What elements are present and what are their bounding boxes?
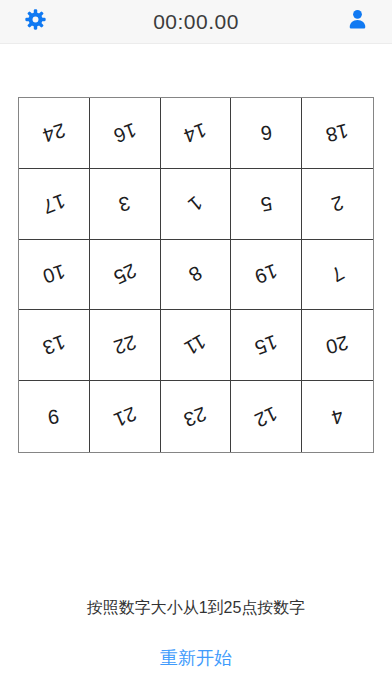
settings-button[interactable] (22, 9, 48, 35)
grid-cell[interactable]: 5 (231, 169, 302, 240)
grid-cell[interactable]: 8 (161, 240, 232, 311)
cell-number: 1 (185, 192, 206, 214)
grid-cell[interactable]: 10 (19, 240, 90, 311)
restart-button[interactable]: 重新开始 (154, 645, 238, 671)
grid-cell[interactable]: 12 (231, 381, 302, 452)
person-icon (346, 8, 369, 35)
grid-cell[interactable]: 7 (302, 240, 373, 311)
cell-number: 6 (259, 122, 273, 143)
cell-number: 16 (111, 120, 139, 146)
cell-number: 15 (252, 332, 280, 358)
grid-cell[interactable]: 24 (19, 98, 90, 169)
cell-number: 13 (40, 332, 68, 358)
grid-cell[interactable]: 21 (90, 381, 161, 452)
cell-number: 18 (324, 120, 350, 145)
grid-cell[interactable]: 23 (161, 381, 232, 452)
cell-number: 4 (330, 405, 346, 427)
grid-cell[interactable]: 11 (161, 310, 232, 381)
cell-number: 5 (259, 193, 273, 215)
grid-cell[interactable]: 4 (302, 381, 373, 452)
cell-number: 9 (47, 406, 61, 427)
cell-number: 25 (110, 261, 139, 289)
cell-number: 14 (182, 120, 210, 146)
cell-number: 3 (117, 193, 132, 215)
cell-number: 22 (111, 332, 138, 358)
schulte-grid: 2416146181731521025819713221115209212312… (18, 97, 374, 453)
grid-cell[interactable]: 14 (161, 98, 232, 169)
cell-number: 2 (329, 192, 346, 214)
instruction-text: 按照数字大小从1到25点按数字 (0, 598, 392, 619)
cell-number: 17 (40, 190, 68, 216)
grid-cell[interactable]: 6 (231, 98, 302, 169)
gear-icon (24, 8, 47, 35)
cell-number: 11 (182, 331, 210, 359)
stopwatch-display: 00:00.00 (153, 0, 239, 44)
grid-cell[interactable]: 19 (231, 240, 302, 311)
grid-cell[interactable]: 1 (161, 169, 232, 240)
cell-number: 24 (40, 120, 67, 146)
grid-cell[interactable]: 25 (90, 240, 161, 311)
profile-button[interactable] (344, 9, 370, 35)
app-screen: 00:00.00 2416146181731521025819713221115… (0, 0, 392, 696)
cell-number: 20 (324, 333, 350, 358)
cell-number: 10 (40, 262, 67, 288)
grid-cell[interactable]: 13 (19, 310, 90, 381)
cell-number: 23 (182, 403, 210, 429)
grid-cell[interactable]: 2 (302, 169, 373, 240)
grid-cell[interactable]: 9 (19, 381, 90, 452)
header-bar: 00:00.00 (0, 0, 392, 44)
grid-cell[interactable]: 20 (302, 310, 373, 381)
cell-number: 7 (328, 263, 348, 286)
grid-cell[interactable]: 15 (231, 310, 302, 381)
grid-cell[interactable]: 22 (90, 310, 161, 381)
cell-number: 8 (185, 263, 205, 286)
grid-cell[interactable]: 3 (90, 169, 161, 240)
cell-number: 12 (252, 403, 281, 431)
grid-cell[interactable]: 16 (90, 98, 161, 169)
grid-cell[interactable]: 18 (302, 98, 373, 169)
grid-cell[interactable]: 17 (19, 169, 90, 240)
cell-number: 21 (111, 403, 139, 430)
cell-number: 19 (252, 261, 280, 287)
